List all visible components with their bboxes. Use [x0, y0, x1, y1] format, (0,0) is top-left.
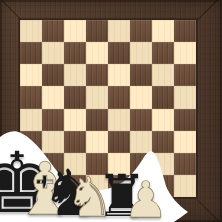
frame-miter-top-left	[0, 0, 22, 20]
square	[174, 86, 196, 108]
square	[64, 42, 86, 64]
square	[86, 42, 108, 64]
square	[174, 131, 196, 153]
square	[86, 86, 108, 108]
square	[130, 109, 152, 131]
square	[42, 64, 64, 86]
square	[152, 109, 174, 131]
frame-miter-bottom-right	[197, 200, 219, 222]
white-pawn-piece: ♟	[124, 175, 169, 222]
square	[20, 64, 42, 86]
square	[64, 64, 86, 86]
square	[86, 64, 108, 86]
square	[64, 86, 86, 108]
square	[86, 109, 108, 131]
square	[108, 86, 130, 108]
square	[152, 42, 174, 64]
square	[42, 42, 64, 64]
square	[152, 64, 174, 86]
square	[108, 20, 130, 42]
square	[174, 20, 196, 42]
square	[130, 86, 152, 108]
square	[130, 42, 152, 64]
square	[152, 20, 174, 42]
square	[174, 42, 196, 64]
square	[64, 109, 86, 131]
square	[86, 131, 108, 153]
square	[86, 20, 108, 42]
square	[174, 64, 196, 86]
square	[130, 20, 152, 42]
square	[130, 131, 152, 153]
square	[42, 20, 64, 42]
square	[108, 109, 130, 131]
square	[130, 64, 152, 86]
square	[20, 20, 42, 42]
square	[174, 175, 196, 197]
square	[20, 86, 42, 108]
square	[20, 42, 42, 64]
square	[174, 109, 196, 131]
square	[42, 109, 64, 131]
square	[108, 64, 130, 86]
square	[152, 131, 174, 153]
frame-miter-top-right	[197, 0, 219, 20]
square	[108, 131, 130, 153]
square	[20, 109, 42, 131]
square	[108, 42, 130, 64]
square	[42, 86, 64, 108]
chessboard-product-photo: ♚ ♝ ♞ ♞ ♜ ♟	[0, 0, 222, 222]
square	[152, 86, 174, 108]
square	[174, 153, 196, 175]
square	[64, 20, 86, 42]
